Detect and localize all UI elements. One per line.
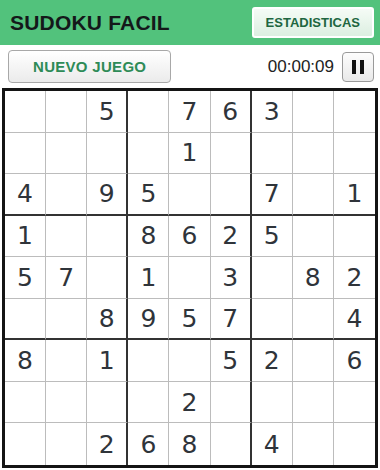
cell-r4c9[interactable]: [334, 216, 375, 258]
cell-r3c4[interactable]: 5: [128, 174, 169, 216]
cell-r5c5[interactable]: [169, 257, 210, 299]
cell-r6c9[interactable]: 4: [334, 299, 375, 341]
cell-r7c8[interactable]: [293, 340, 334, 382]
cell-r9c6[interactable]: [211, 423, 252, 465]
cell-r2c4[interactable]: [128, 133, 169, 175]
cell-r9c3[interactable]: 2: [87, 423, 128, 465]
cell-r8c4[interactable]: [128, 382, 169, 424]
cell-r3c6[interactable]: [211, 174, 252, 216]
cell-r6c7[interactable]: [252, 299, 293, 341]
cell-r5c1[interactable]: 5: [5, 257, 46, 299]
cell-r1c7[interactable]: 3: [252, 91, 293, 133]
cell-r8c8[interactable]: [293, 382, 334, 424]
pause-icon: [352, 60, 356, 74]
app-header: SUDOKU FACIL ESTADISTICAS: [0, 0, 380, 45]
cell-r3c3[interactable]: 9: [87, 174, 128, 216]
cell-r1c8[interactable]: [293, 91, 334, 133]
pause-button[interactable]: [342, 52, 374, 82]
cell-r5c6[interactable]: 3: [211, 257, 252, 299]
cell-r7c4[interactable]: [128, 340, 169, 382]
cell-r7c3[interactable]: 1: [87, 340, 128, 382]
cell-r1c1[interactable]: [5, 91, 46, 133]
cell-r3c1[interactable]: 4: [5, 174, 46, 216]
cell-r9c9[interactable]: [334, 423, 375, 465]
cell-r2c9[interactable]: [334, 133, 375, 175]
cell-r1c4[interactable]: [128, 91, 169, 133]
cell-r6c3[interactable]: 8: [87, 299, 128, 341]
new-game-button[interactable]: NUEVO JUEGO: [8, 50, 171, 83]
cell-r8c3[interactable]: [87, 382, 128, 424]
cell-r4c7[interactable]: 5: [252, 216, 293, 258]
page-title: SUDOKU FACIL: [10, 11, 170, 35]
cell-r7c5[interactable]: [169, 340, 210, 382]
cell-r1c9[interactable]: [334, 91, 375, 133]
cell-r6c1[interactable]: [5, 299, 46, 341]
cell-r5c7[interactable]: [252, 257, 293, 299]
cell-r1c2[interactable]: [46, 91, 87, 133]
cell-r9c7[interactable]: 4: [252, 423, 293, 465]
cell-r5c3[interactable]: [87, 257, 128, 299]
cell-r9c5[interactable]: 8: [169, 423, 210, 465]
cell-r2c6[interactable]: [211, 133, 252, 175]
cell-r8c7[interactable]: [252, 382, 293, 424]
timer-area: 00:00:09: [268, 52, 374, 82]
cell-r9c2[interactable]: [46, 423, 87, 465]
cell-r8c6[interactable]: [211, 382, 252, 424]
cell-r4c1[interactable]: 1: [5, 216, 46, 258]
cell-r9c8[interactable]: [293, 423, 334, 465]
cell-r4c6[interactable]: 2: [211, 216, 252, 258]
cell-r6c2[interactable]: [46, 299, 87, 341]
cell-r6c4[interactable]: 9: [128, 299, 169, 341]
cell-r5c8[interactable]: 8: [293, 257, 334, 299]
cell-r3c7[interactable]: 7: [252, 174, 293, 216]
cell-r8c2[interactable]: [46, 382, 87, 424]
cell-r7c1[interactable]: 8: [5, 340, 46, 382]
cell-r2c8[interactable]: [293, 133, 334, 175]
toolbar: NUEVO JUEGO 00:00:09: [0, 45, 380, 88]
cell-r5c4[interactable]: 1: [128, 257, 169, 299]
cell-r1c6[interactable]: 6: [211, 91, 252, 133]
cell-r7c7[interactable]: 2: [252, 340, 293, 382]
cell-r7c9[interactable]: 6: [334, 340, 375, 382]
cell-r9c1[interactable]: [5, 423, 46, 465]
cell-r8c1[interactable]: [5, 382, 46, 424]
cell-r1c5[interactable]: 7: [169, 91, 210, 133]
cell-r7c2[interactable]: [46, 340, 87, 382]
cell-r3c2[interactable]: [46, 174, 87, 216]
sudoku-board: 576314957118625571382895748152622684: [2, 88, 378, 468]
cell-r2c5[interactable]: 1: [169, 133, 210, 175]
cell-r5c9[interactable]: 2: [334, 257, 375, 299]
cell-r1c3[interactable]: 5: [87, 91, 128, 133]
cell-r6c6[interactable]: 7: [211, 299, 252, 341]
cell-r3c5[interactable]: [169, 174, 210, 216]
cell-r5c2[interactable]: 7: [46, 257, 87, 299]
cell-r7c6[interactable]: 5: [211, 340, 252, 382]
cell-r4c8[interactable]: [293, 216, 334, 258]
cell-r6c8[interactable]: [293, 299, 334, 341]
cell-r2c7[interactable]: [252, 133, 293, 175]
cell-r9c4[interactable]: 6: [128, 423, 169, 465]
cell-r2c1[interactable]: [5, 133, 46, 175]
cell-r4c5[interactable]: 6: [169, 216, 210, 258]
cell-r4c4[interactable]: 8: [128, 216, 169, 258]
cell-r2c2[interactable]: [46, 133, 87, 175]
cell-r8c5[interactable]: 2: [169, 382, 210, 424]
cell-r4c2[interactable]: [46, 216, 87, 258]
statistics-button[interactable]: ESTADISTICAS: [252, 7, 374, 38]
cell-r8c9[interactable]: [334, 382, 375, 424]
pause-icon: [360, 60, 364, 74]
cell-r4c3[interactable]: [87, 216, 128, 258]
cell-r6c5[interactable]: 5: [169, 299, 210, 341]
cell-r2c3[interactable]: [87, 133, 128, 175]
cell-r3c8[interactable]: [293, 174, 334, 216]
cell-r3c9[interactable]: 1: [334, 174, 375, 216]
timer-value: 00:00:09: [268, 57, 334, 77]
